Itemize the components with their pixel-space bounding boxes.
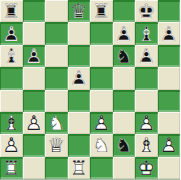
white-rook[interactable]: ♜ bbox=[68, 157, 90, 179]
black-pawn[interactable]: ♟ bbox=[0, 23, 22, 45]
square-e8[interactable]: ♜ bbox=[90, 0, 113, 22]
square-e6[interactable] bbox=[90, 45, 113, 67]
square-h5[interactable] bbox=[158, 67, 181, 89]
black-rook[interactable]: ♜ bbox=[0, 0, 22, 22]
square-b6[interactable]: ♟ bbox=[23, 45, 46, 67]
square-c7[interactable] bbox=[45, 22, 68, 44]
white-pawn[interactable]: ♟ bbox=[90, 112, 112, 134]
square-g1[interactable]: ♚ bbox=[135, 157, 158, 179]
white-pawn[interactable]: ♟ bbox=[158, 134, 180, 156]
square-a4[interactable] bbox=[0, 90, 23, 112]
square-a2[interactable]: ♟ bbox=[0, 134, 23, 156]
black-bishop[interactable]: ♝ bbox=[0, 45, 22, 67]
square-b8[interactable] bbox=[23, 0, 46, 22]
square-c2[interactable]: ♛ bbox=[45, 134, 68, 156]
white-king[interactable]: ♚ bbox=[135, 157, 157, 179]
square-b7[interactable] bbox=[23, 22, 46, 44]
square-h2[interactable]: ♟ bbox=[158, 134, 181, 156]
square-a5[interactable] bbox=[0, 67, 23, 89]
square-b3[interactable]: ♟ bbox=[23, 112, 46, 134]
black-knight[interactable]: ♞ bbox=[113, 45, 135, 67]
black-pawn[interactable]: ♟ bbox=[135, 45, 157, 67]
square-c4[interactable] bbox=[45, 90, 68, 112]
square-c1[interactable] bbox=[45, 157, 68, 179]
square-c5[interactable] bbox=[45, 67, 68, 89]
square-b5[interactable] bbox=[23, 67, 46, 89]
black-queen[interactable]: ♛ bbox=[68, 0, 90, 22]
square-b2[interactable] bbox=[23, 134, 46, 156]
square-g5[interactable] bbox=[135, 67, 158, 89]
square-b1[interactable] bbox=[23, 157, 46, 179]
square-h4[interactable] bbox=[158, 90, 181, 112]
square-a1[interactable]: ♜ bbox=[0, 157, 23, 179]
black-rook[interactable]: ♜ bbox=[90, 0, 112, 22]
square-d8[interactable]: ♛ bbox=[68, 0, 91, 22]
square-e2[interactable]: ♞ bbox=[90, 134, 113, 156]
square-g6[interactable]: ♟ bbox=[135, 45, 158, 67]
white-pawn[interactable]: ♟ bbox=[135, 112, 157, 134]
black-knight[interactable]: ♞ bbox=[113, 134, 135, 156]
white-queen[interactable]: ♛ bbox=[45, 134, 67, 156]
square-h3[interactable] bbox=[158, 112, 181, 134]
black-pawn[interactable]: ♟ bbox=[23, 45, 45, 67]
square-d4[interactable] bbox=[68, 90, 91, 112]
square-e7[interactable] bbox=[90, 22, 113, 44]
square-e3[interactable]: ♟ bbox=[90, 112, 113, 134]
square-c8[interactable] bbox=[45, 0, 68, 22]
square-g8[interactable]: ♚ bbox=[135, 0, 158, 22]
square-a8[interactable]: ♜ bbox=[0, 0, 23, 22]
square-f2[interactable]: ♞ bbox=[113, 134, 136, 156]
square-a7[interactable]: ♟ bbox=[0, 22, 23, 44]
square-c3[interactable]: ♞ bbox=[45, 112, 68, 134]
square-e5[interactable] bbox=[90, 67, 113, 89]
square-d5[interactable]: ♟ bbox=[68, 67, 91, 89]
square-g4[interactable] bbox=[135, 90, 158, 112]
square-f4[interactable] bbox=[113, 90, 136, 112]
square-e4[interactable] bbox=[90, 90, 113, 112]
square-h1[interactable] bbox=[158, 157, 181, 179]
square-f8[interactable] bbox=[113, 0, 136, 22]
square-f3[interactable] bbox=[113, 112, 136, 134]
white-knight[interactable]: ♞ bbox=[45, 112, 67, 134]
square-h7[interactable]: ♟ bbox=[158, 22, 181, 44]
square-f6[interactable]: ♞ bbox=[113, 45, 136, 67]
white-bishop[interactable]: ♝ bbox=[0, 112, 22, 134]
black-bishop[interactable]: ♝ bbox=[135, 23, 157, 45]
square-h6[interactable] bbox=[158, 45, 181, 67]
white-rook[interactable]: ♜ bbox=[0, 157, 22, 179]
square-a6[interactable]: ♝ bbox=[0, 45, 23, 67]
square-d2[interactable] bbox=[68, 134, 91, 156]
black-pawn[interactable]: ♟ bbox=[158, 23, 180, 45]
black-pawn[interactable]: ♟ bbox=[68, 67, 90, 89]
square-b4[interactable] bbox=[23, 90, 46, 112]
white-bishop[interactable]: ♝ bbox=[135, 134, 157, 156]
chess-board: ♜♛♜♚♟♟♝♟♝♟♞♟♟♝♟♞♟♟♟♛♞♞♝♟♜♜♚ bbox=[0, 0, 180, 180]
square-g2[interactable]: ♝ bbox=[135, 134, 158, 156]
square-c6[interactable] bbox=[45, 45, 68, 67]
white-pawn[interactable]: ♟ bbox=[23, 112, 45, 134]
square-d3[interactable] bbox=[68, 112, 91, 134]
square-d6[interactable] bbox=[68, 45, 91, 67]
square-f1[interactable] bbox=[113, 157, 136, 179]
white-knight[interactable]: ♞ bbox=[90, 134, 112, 156]
black-pawn[interactable]: ♟ bbox=[113, 23, 135, 45]
white-pawn[interactable]: ♟ bbox=[0, 134, 22, 156]
square-a3[interactable]: ♝ bbox=[0, 112, 23, 134]
square-e1[interactable] bbox=[90, 157, 113, 179]
square-f5[interactable] bbox=[113, 67, 136, 89]
square-g3[interactable]: ♟ bbox=[135, 112, 158, 134]
square-h8[interactable] bbox=[158, 0, 181, 22]
square-d7[interactable] bbox=[68, 22, 91, 44]
square-f7[interactable]: ♟ bbox=[113, 22, 136, 44]
square-d1[interactable]: ♜ bbox=[68, 157, 91, 179]
black-king[interactable]: ♚ bbox=[135, 0, 157, 22]
square-g7[interactable]: ♝ bbox=[135, 22, 158, 44]
